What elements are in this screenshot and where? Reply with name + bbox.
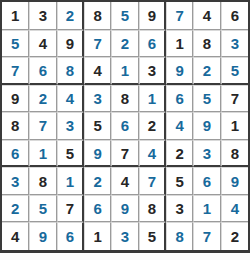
sudoku-cell-r7c8[interactable]: 6 — [193, 167, 220, 195]
sudoku-cell-r5c8[interactable]: 9 — [193, 112, 220, 140]
sudoku-cell-r8c4[interactable]: 6 — [84, 195, 111, 223]
sudoku-cell-r1c1[interactable]: 1 — [2, 2, 29, 30]
sudoku-cell-r2c9[interactable]: 3 — [221, 30, 248, 58]
sudoku-cell-r4c6[interactable]: 1 — [139, 85, 166, 113]
sudoku-cell-r7c6[interactable]: 7 — [139, 167, 166, 195]
sudoku-cell-r1c4[interactable]: 8 — [84, 2, 111, 30]
sudoku-cell-r4c8[interactable]: 5 — [193, 85, 220, 113]
sudoku-cell-r4c9[interactable]: 7 — [221, 85, 248, 113]
sudoku-cell-r4c4[interactable]: 3 — [84, 85, 111, 113]
sudoku-cell-r3c1[interactable]: 7 — [2, 57, 29, 85]
sudoku-cell-r4c7[interactable]: 6 — [166, 85, 193, 113]
sudoku-cell-r2c8[interactable]: 8 — [193, 30, 220, 58]
sudoku-cell-r2c6[interactable]: 6 — [139, 30, 166, 58]
sudoku-cell-r3c8[interactable]: 2 — [193, 57, 220, 85]
sudoku-cell-r6c3[interactable]: 5 — [57, 140, 84, 168]
sudoku-cell-r8c8[interactable]: 1 — [193, 195, 220, 223]
sudoku-cell-r3c5[interactable]: 1 — [111, 57, 138, 85]
sudoku-cell-r9c4[interactable]: 1 — [84, 222, 111, 250]
sudoku-cell-r1c2[interactable]: 3 — [29, 2, 56, 30]
sudoku-cell-r4c3[interactable]: 4 — [57, 85, 84, 113]
sudoku-cell-r4c5[interactable]: 8 — [111, 85, 138, 113]
sudoku-cell-r2c3[interactable]: 9 — [57, 30, 84, 58]
sudoku-cell-r5c4[interactable]: 5 — [84, 112, 111, 140]
sudoku-cell-r8c7[interactable]: 3 — [166, 195, 193, 223]
sudoku-board: 1328597465497261837684139259243816578735… — [0, 0, 250, 253]
sudoku-cell-r2c7[interactable]: 1 — [166, 30, 193, 58]
sudoku-cell-r3c9[interactable]: 5 — [221, 57, 248, 85]
sudoku-cell-r7c3[interactable]: 1 — [57, 167, 84, 195]
sudoku-cell-r8c3[interactable]: 7 — [57, 195, 84, 223]
sudoku-cell-r7c5[interactable]: 4 — [111, 167, 138, 195]
sudoku-cell-r9c7[interactable]: 8 — [166, 222, 193, 250]
sudoku-cell-r3c6[interactable]: 3 — [139, 57, 166, 85]
sudoku-cell-r8c5[interactable]: 9 — [111, 195, 138, 223]
sudoku-cell-r2c2[interactable]: 4 — [29, 30, 56, 58]
sudoku-cell-r8c9[interactable]: 4 — [221, 195, 248, 223]
sudoku-cell-r1c7[interactable]: 7 — [166, 2, 193, 30]
sudoku-cell-r6c1[interactable]: 6 — [2, 140, 29, 168]
sudoku-cell-r9c3[interactable]: 6 — [57, 222, 84, 250]
sudoku-cell-r5c2[interactable]: 7 — [29, 112, 56, 140]
sudoku-cell-r4c1[interactable]: 9 — [2, 85, 29, 113]
sudoku-cell-r2c1[interactable]: 5 — [2, 30, 29, 58]
sudoku-cell-r9c9[interactable]: 2 — [221, 222, 248, 250]
sudoku-cell-r1c3[interactable]: 2 — [57, 2, 84, 30]
sudoku-cell-r6c2[interactable]: 1 — [29, 140, 56, 168]
sudoku-cell-r6c6[interactable]: 4 — [139, 140, 166, 168]
sudoku-cell-r1c8[interactable]: 4 — [193, 2, 220, 30]
sudoku-cell-r3c2[interactable]: 6 — [29, 57, 56, 85]
sudoku-cell-r3c4[interactable]: 4 — [84, 57, 111, 85]
sudoku-cell-r7c7[interactable]: 5 — [166, 167, 193, 195]
sudoku-cell-r9c5[interactable]: 3 — [111, 222, 138, 250]
sudoku-cell-r8c6[interactable]: 8 — [139, 195, 166, 223]
sudoku-cell-r9c8[interactable]: 7 — [193, 222, 220, 250]
sudoku-cell-r7c9[interactable]: 9 — [221, 167, 248, 195]
sudoku-cell-r7c1[interactable]: 3 — [2, 167, 29, 195]
sudoku-cell-r6c5[interactable]: 7 — [111, 140, 138, 168]
sudoku-cell-r5c1[interactable]: 8 — [2, 112, 29, 140]
sudoku-cell-r6c9[interactable]: 8 — [221, 140, 248, 168]
sudoku-cell-r1c6[interactable]: 9 — [139, 2, 166, 30]
sudoku-cell-r5c5[interactable]: 6 — [111, 112, 138, 140]
sudoku-cell-r6c8[interactable]: 3 — [193, 140, 220, 168]
sudoku-cell-r5c3[interactable]: 3 — [57, 112, 84, 140]
sudoku-cell-r2c5[interactable]: 2 — [111, 30, 138, 58]
sudoku-cell-r5c7[interactable]: 4 — [166, 112, 193, 140]
sudoku-cell-r9c1[interactable]: 4 — [2, 222, 29, 250]
sudoku-cell-r3c7[interactable]: 9 — [166, 57, 193, 85]
sudoku-cell-r5c6[interactable]: 2 — [139, 112, 166, 140]
sudoku-cell-r8c1[interactable]: 2 — [2, 195, 29, 223]
sudoku-cell-r6c4[interactable]: 9 — [84, 140, 111, 168]
sudoku-cell-r2c4[interactable]: 7 — [84, 30, 111, 58]
sudoku-cell-r5c9[interactable]: 1 — [221, 112, 248, 140]
sudoku-cell-r6c7[interactable]: 2 — [166, 140, 193, 168]
sudoku-cell-r8c2[interactable]: 5 — [29, 195, 56, 223]
sudoku-cell-r7c2[interactable]: 8 — [29, 167, 56, 195]
sudoku-cell-r1c5[interactable]: 5 — [111, 2, 138, 30]
sudoku-cell-r1c9[interactable]: 6 — [221, 2, 248, 30]
sudoku-cell-r9c2[interactable]: 9 — [29, 222, 56, 250]
sudoku-cell-r4c2[interactable]: 2 — [29, 85, 56, 113]
sudoku-cell-r9c6[interactable]: 5 — [139, 222, 166, 250]
sudoku-cell-r3c3[interactable]: 8 — [57, 57, 84, 85]
sudoku-cell-r7c4[interactable]: 2 — [84, 167, 111, 195]
